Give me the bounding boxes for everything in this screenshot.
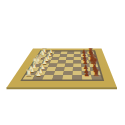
- black-rook[interactable]: ♜: [93, 70, 101, 79]
- white-pawn[interactable]: ♟: [36, 72, 42, 79]
- board-pieces: ♜♟♟♜♞♟♟♞♝♟♟♝♛♟♟♛♚♟♟♚♝♟♟♝♞♟♟♞♜♟♟♜: [0, 0, 125, 125]
- white-rook[interactable]: ♜: [25, 70, 33, 79]
- black-pawn[interactable]: ♟: [84, 72, 90, 79]
- chessboard-scene: ♜♟♟♜♞♟♟♞♝♟♟♝♛♟♟♛♚♟♟♚♝♟♟♝♞♟♟♞♜♟♟♜: [0, 0, 125, 125]
